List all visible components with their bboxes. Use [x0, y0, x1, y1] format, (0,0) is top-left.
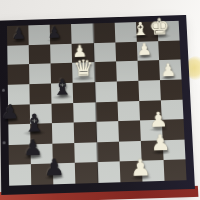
chess-photo-scene: ♟♟♝♚♟♟♛♟♝♟♝♟♟♟♟♟ — [0, 0, 200, 200]
chess-board: ♟♟♝♚♟♟♛♟♝♟♝♟♟♟♟♟ — [0, 15, 195, 195]
piece-black-pawn-a4[interactable]: ♟ — [0, 101, 21, 122]
hinge-dot-icon — [2, 89, 5, 92]
piece-black-pawn-c1[interactable]: ♟ — [41, 155, 67, 180]
piece-black-pawn-c8[interactable]: ♟ — [46, 25, 63, 41]
piece-black-pawn-a8[interactable]: ♟ — [10, 26, 27, 42]
piece-white-pawn-f1[interactable]: ♟ — [127, 155, 153, 180]
piece-white-king-h8[interactable]: ♚ — [146, 14, 173, 38]
hinge-dot-icon — [3, 141, 6, 144]
piece-black-bishop-c5[interactable]: ♝ — [50, 75, 75, 99]
piece-white-pawn-h6[interactable]: ♟ — [158, 60, 178, 79]
piece-white-pawn-g2[interactable]: ♟ — [148, 131, 173, 154]
piece-black-bishop-b3[interactable]: ♝ — [21, 108, 49, 135]
piece-white-pawn-g7[interactable]: ♟ — [135, 40, 154, 57]
piece-white-queen-d6[interactable]: ♛ — [71, 56, 97, 80]
piece-white-pawn-g3[interactable]: ♟ — [146, 109, 170, 131]
pieces-layer: ♟♟♝♚♟♟♛♟♝♟♝♟♟♟♟♟ — [7, 21, 187, 186]
